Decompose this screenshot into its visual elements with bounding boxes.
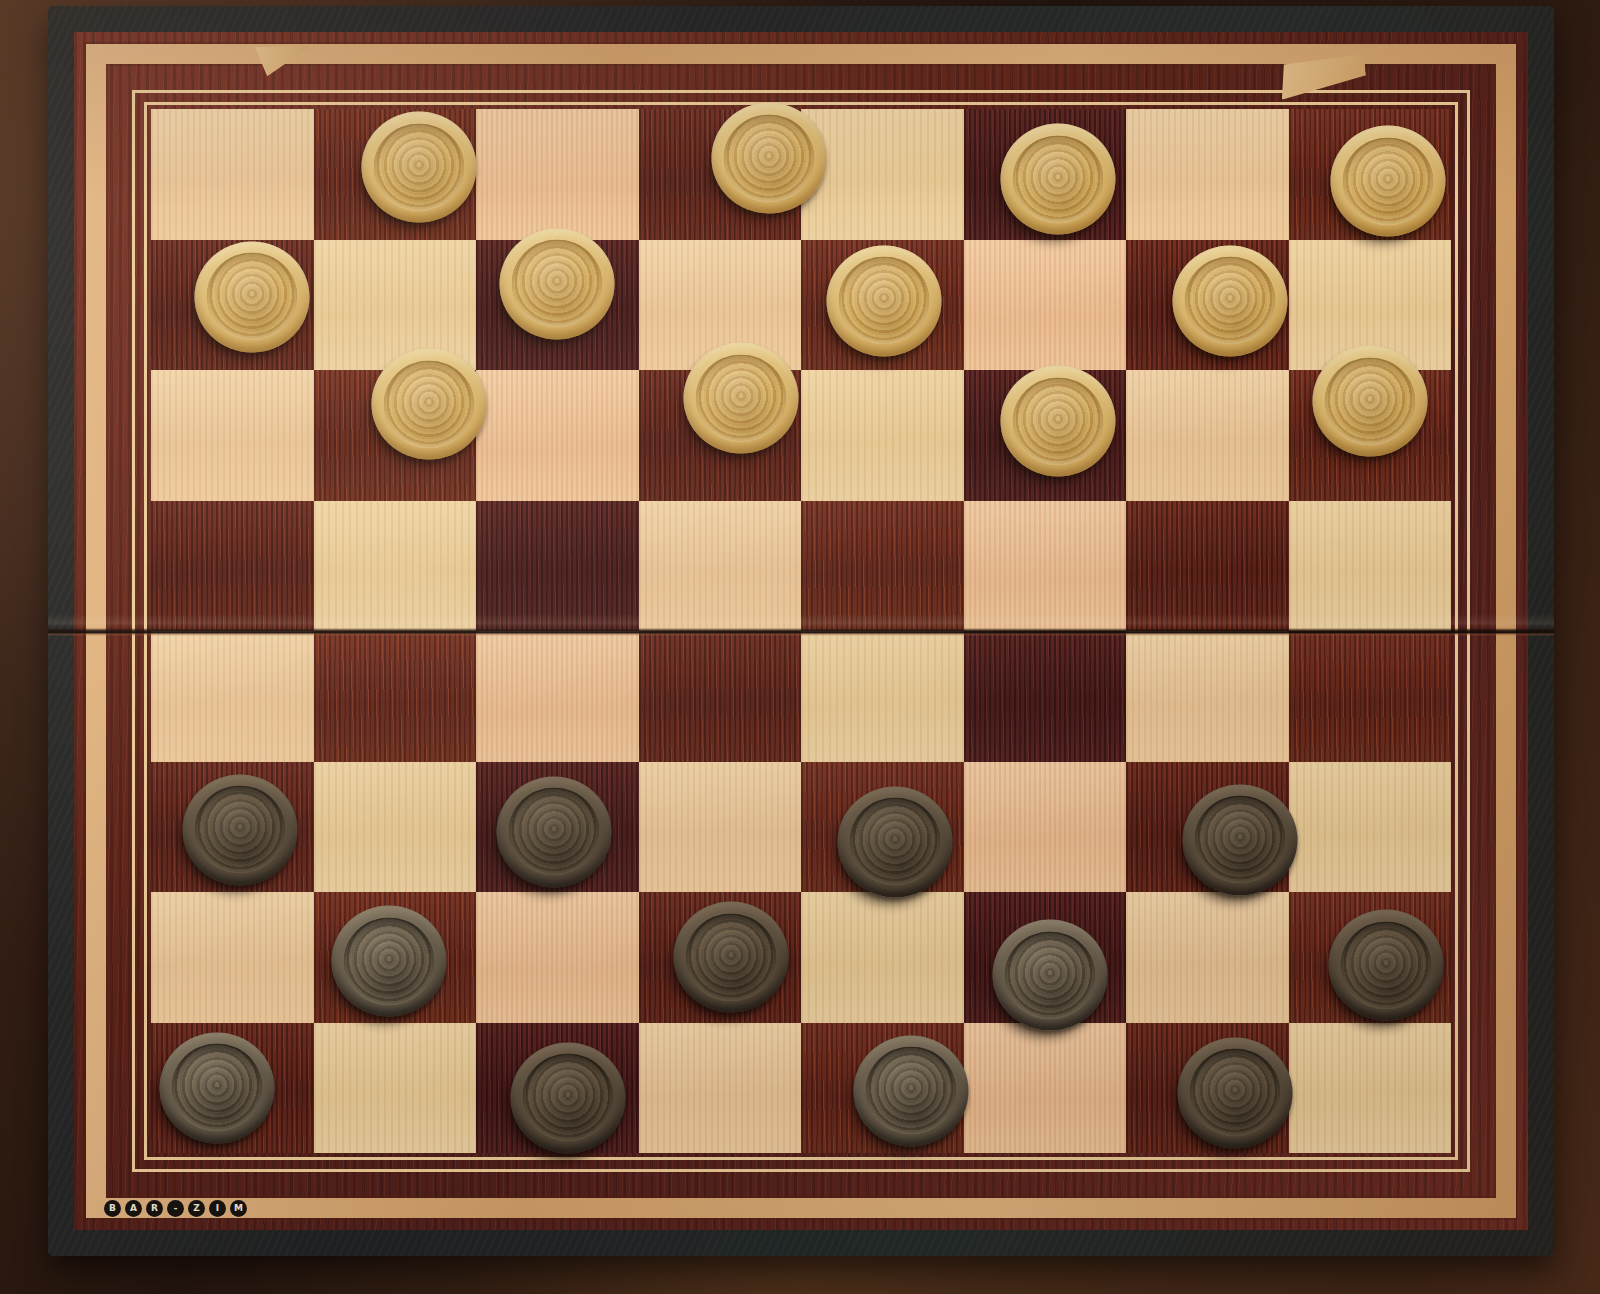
checker-dark[interactable] xyxy=(854,1035,969,1146)
square-b5[interactable] xyxy=(314,501,477,632)
square-g8[interactable] xyxy=(1126,109,1289,240)
square-e5[interactable] xyxy=(801,501,964,632)
checker-dark[interactable] xyxy=(1183,784,1298,895)
square-g7[interactable] xyxy=(1126,240,1289,371)
square-a7[interactable] xyxy=(151,240,314,371)
square-f6[interactable] xyxy=(964,370,1127,501)
checker-light[interactable] xyxy=(371,349,486,460)
square-e4[interactable] xyxy=(801,631,964,762)
checkers-board: BAR-ZIM xyxy=(48,6,1554,1256)
checker-light[interactable] xyxy=(195,241,310,352)
square-g2[interactable] xyxy=(1126,892,1289,1023)
square-h5[interactable] xyxy=(1289,501,1452,632)
square-e2[interactable] xyxy=(801,892,964,1023)
checker-light[interactable] xyxy=(1330,126,1445,237)
square-g6[interactable] xyxy=(1126,370,1289,501)
square-e3[interactable] xyxy=(801,762,964,893)
square-f8[interactable] xyxy=(964,109,1127,240)
square-b4[interactable] xyxy=(314,631,477,762)
checker-light[interactable] xyxy=(361,112,476,223)
logo-letter: R xyxy=(146,1200,163,1217)
checker-dark[interactable] xyxy=(183,774,298,885)
square-a4[interactable] xyxy=(151,631,314,762)
checker-light[interactable] xyxy=(500,228,615,339)
square-b1[interactable] xyxy=(314,1023,477,1154)
barzim-logo: BAR-ZIM xyxy=(104,1200,247,1217)
logo-letter: A xyxy=(125,1200,142,1217)
logo-letter: M xyxy=(230,1200,247,1217)
square-c4[interactable] xyxy=(476,631,639,762)
square-a2[interactable] xyxy=(151,892,314,1023)
checker-light[interactable] xyxy=(1000,124,1115,235)
square-e8[interactable] xyxy=(801,109,964,240)
logo-letter: I xyxy=(209,1200,226,1217)
checker-dark[interactable] xyxy=(673,902,788,1013)
square-a6[interactable] xyxy=(151,370,314,501)
square-g5[interactable] xyxy=(1126,501,1289,632)
square-b7[interactable] xyxy=(314,240,477,371)
square-d8[interactable] xyxy=(639,109,802,240)
square-c3[interactable] xyxy=(476,762,639,893)
checker-light[interactable] xyxy=(827,245,942,356)
square-f7[interactable] xyxy=(964,240,1127,371)
logo-letter: B xyxy=(104,1200,121,1217)
checker-light[interactable] xyxy=(711,103,826,214)
square-c8[interactable] xyxy=(476,109,639,240)
checker-light[interactable] xyxy=(1173,245,1288,356)
square-b6[interactable] xyxy=(314,370,477,501)
square-e7[interactable] xyxy=(801,240,964,371)
square-b2[interactable] xyxy=(314,892,477,1023)
checker-dark[interactable] xyxy=(497,776,612,887)
square-a5[interactable] xyxy=(151,501,314,632)
square-b8[interactable] xyxy=(314,109,477,240)
table-surface: BAR-ZIM xyxy=(0,0,1600,1294)
square-d2[interactable] xyxy=(639,892,802,1023)
square-d3[interactable] xyxy=(639,762,802,893)
square-d6[interactable] xyxy=(639,370,802,501)
square-h3[interactable] xyxy=(1289,762,1452,893)
checker-light[interactable] xyxy=(683,343,798,454)
checker-dark[interactable] xyxy=(1328,910,1443,1021)
square-d5[interactable] xyxy=(639,501,802,632)
square-d4[interactable] xyxy=(639,631,802,762)
square-g1[interactable] xyxy=(1126,1023,1289,1154)
square-a1[interactable] xyxy=(151,1023,314,1154)
square-d1[interactable] xyxy=(639,1023,802,1154)
square-e1[interactable] xyxy=(801,1023,964,1154)
square-a3[interactable] xyxy=(151,762,314,893)
checker-light[interactable] xyxy=(1000,366,1115,477)
square-g3[interactable] xyxy=(1126,762,1289,893)
square-f4[interactable] xyxy=(964,631,1127,762)
square-f3[interactable] xyxy=(964,762,1127,893)
fold-line xyxy=(48,628,1554,636)
square-g4[interactable] xyxy=(1126,631,1289,762)
square-h4[interactable] xyxy=(1289,631,1452,762)
square-c7[interactable] xyxy=(476,240,639,371)
square-h6[interactable] xyxy=(1289,370,1452,501)
checker-dark[interactable] xyxy=(160,1032,275,1143)
square-f5[interactable] xyxy=(964,501,1127,632)
square-b3[interactable] xyxy=(314,762,477,893)
square-c6[interactable] xyxy=(476,370,639,501)
checker-dark[interactable] xyxy=(331,906,446,1017)
square-f2[interactable] xyxy=(964,892,1127,1023)
logo-letter: Z xyxy=(188,1200,205,1217)
checker-dark[interactable] xyxy=(1178,1037,1293,1148)
square-f1[interactable] xyxy=(964,1023,1127,1154)
logo-letter: - xyxy=(167,1200,184,1217)
checker-dark[interactable] xyxy=(511,1042,626,1153)
square-e6[interactable] xyxy=(801,370,964,501)
checker-dark[interactable] xyxy=(992,920,1107,1031)
square-h2[interactable] xyxy=(1289,892,1452,1023)
square-a8[interactable] xyxy=(151,109,314,240)
square-h8[interactable] xyxy=(1289,109,1452,240)
checker-light[interactable] xyxy=(1312,346,1427,457)
checker-dark[interactable] xyxy=(838,786,953,897)
square-c5[interactable] xyxy=(476,501,639,632)
square-c1[interactable] xyxy=(476,1023,639,1154)
square-h1[interactable] xyxy=(1289,1023,1452,1154)
square-c2[interactable] xyxy=(476,892,639,1023)
